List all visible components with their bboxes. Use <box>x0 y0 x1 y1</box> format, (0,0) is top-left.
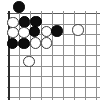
black-stone[interactable] <box>13 1 25 13</box>
white-stone[interactable] <box>41 37 53 49</box>
white-stone[interactable] <box>72 24 84 36</box>
board-grid-vline <box>63 11 64 100</box>
black-stone[interactable] <box>51 25 63 37</box>
board-grid-vline <box>52 11 53 100</box>
board-grid-hline <box>7 13 100 14</box>
board-grid-hline <box>7 76 100 77</box>
black-stone[interactable] <box>29 26 41 38</box>
go-board[interactable] <box>0 0 100 100</box>
white-stone[interactable] <box>23 56 35 68</box>
white-stone[interactable] <box>7 27 19 39</box>
board-grid-hline <box>7 97 100 98</box>
white-stone[interactable] <box>30 37 42 49</box>
board-grid-vline <box>85 11 86 100</box>
black-stone[interactable] <box>18 38 30 50</box>
white-stone[interactable] <box>18 27 30 39</box>
board-grid-vline <box>96 11 97 100</box>
board-grid-hline <box>7 66 100 67</box>
board-grid-hline <box>7 55 100 56</box>
black-stone[interactable] <box>7 38 19 50</box>
board-grid-hline <box>7 87 100 88</box>
